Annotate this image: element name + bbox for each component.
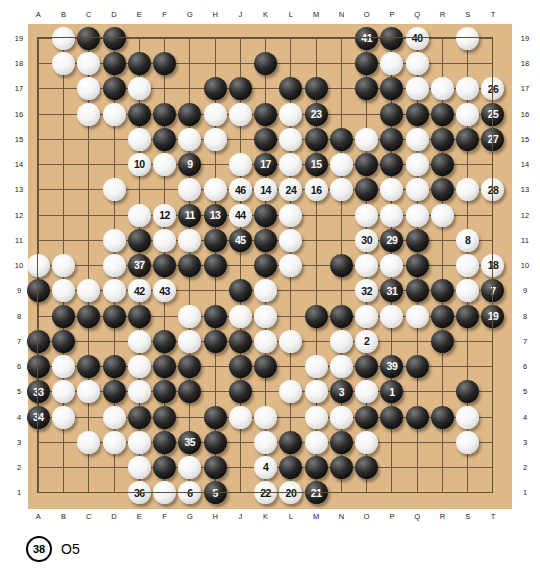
row-label-right-6: 6: [516, 362, 534, 371]
stone-black-T8: 19: [481, 305, 504, 328]
stone-white-M3: [305, 431, 328, 454]
stone-white-Q19: 40: [406, 27, 429, 50]
col-label-bottom-H: H: [206, 512, 224, 521]
move-number-39: 39: [387, 361, 398, 372]
col-label-bottom-A: A: [29, 512, 47, 521]
move-number-18: 18: [488, 260, 499, 271]
move-number-25: 25: [488, 109, 499, 120]
row-label-left-3: 3: [10, 438, 28, 447]
stone-white-O11: 30: [355, 229, 378, 252]
stone-white-D13: [103, 178, 126, 201]
stone-white-S4: [456, 406, 479, 429]
stone-black-Q6: [406, 355, 429, 378]
row-label-left-2: 2: [10, 463, 28, 472]
col-label-top-G: G: [181, 10, 199, 19]
row-label-right-18: 18: [516, 59, 534, 68]
stone-white-O7: 2: [355, 330, 378, 353]
stone-white-N14: [330, 153, 353, 176]
stone-black-J11: 45: [229, 229, 252, 252]
stone-white-E2: [128, 456, 151, 479]
stone-black-Q9: [406, 279, 429, 302]
stone-white-O3: [355, 431, 378, 454]
stone-white-O12: [355, 204, 378, 227]
move-number-28: 28: [488, 185, 499, 196]
stone-black-F4: [153, 406, 176, 429]
move-number-44: 44: [235, 210, 246, 221]
move-number-45: 45: [235, 235, 246, 246]
stone-white-E6: [128, 355, 151, 378]
stone-white-Q13: [406, 178, 429, 201]
col-label-top-A: A: [29, 10, 47, 19]
stone-black-H4: [204, 406, 227, 429]
row-label-right-15: 15: [516, 135, 534, 144]
row-label-left-15: 15: [10, 135, 28, 144]
col-label-bottom-N: N: [332, 512, 350, 521]
stone-white-L12: [279, 204, 302, 227]
stone-black-Q10: [406, 254, 429, 277]
stone-black-K16: [254, 103, 277, 126]
stone-black-E18: [128, 52, 151, 75]
stone-black-H3: [204, 431, 227, 454]
row-label-left-12: 12: [10, 211, 28, 220]
stone-white-E3: [128, 431, 151, 454]
row-label-left-6: 6: [10, 362, 28, 371]
stone-black-N3: [330, 431, 353, 454]
col-label-top-S: S: [459, 10, 477, 19]
stone-black-H10: [204, 254, 227, 277]
stone-white-O8: [355, 305, 378, 328]
move-number-27: 27: [488, 134, 499, 145]
stone-black-M15: [305, 128, 328, 151]
move-number-24: 24: [286, 185, 297, 196]
col-label-bottom-Q: Q: [408, 512, 426, 521]
stone-white-H13: [204, 178, 227, 201]
row-label-right-10: 10: [516, 261, 534, 270]
stone-black-F3: [153, 431, 176, 454]
stone-black-G16: [178, 103, 201, 126]
stone-black-E16: [128, 103, 151, 126]
row-label-right-5: 5: [516, 387, 534, 396]
stone-black-P4: [380, 406, 403, 429]
stone-black-A7: [27, 330, 50, 353]
move-number-36: 36: [134, 488, 145, 499]
move-number-6: 6: [187, 488, 192, 499]
row-label-left-4: 4: [10, 413, 28, 422]
stone-black-H2: [204, 456, 227, 479]
stone-black-A4: 34: [27, 406, 50, 429]
row-label-right-14: 14: [516, 160, 534, 169]
stone-black-J6: [229, 355, 252, 378]
stone-black-D18: [103, 52, 126, 75]
col-label-top-B: B: [55, 10, 73, 19]
col-label-bottom-G: G: [181, 512, 199, 521]
col-label-top-C: C: [80, 10, 98, 19]
move-number-22: 22: [260, 488, 271, 499]
stone-black-O4: [355, 406, 378, 429]
stone-white-D9: [103, 279, 126, 302]
row-label-left-17: 17: [10, 84, 28, 93]
stone-white-B18: [52, 52, 75, 75]
stone-black-E8: [128, 305, 151, 328]
stone-white-B19: [52, 27, 75, 50]
move-number-42: 42: [134, 286, 145, 297]
stone-white-D11: [103, 229, 126, 252]
move-number-35: 35: [185, 437, 196, 448]
stone-black-H11: [204, 229, 227, 252]
move-number-23: 23: [311, 109, 322, 120]
stone-black-D19: [103, 27, 126, 50]
stone-black-F16: [153, 103, 176, 126]
move-number-2: 2: [364, 336, 369, 347]
stone-white-C16: [77, 103, 100, 126]
stone-white-D16: [103, 103, 126, 126]
col-label-bottom-J: J: [231, 512, 249, 521]
move-number-31: 31: [387, 286, 398, 297]
move-number-40: 40: [412, 33, 423, 44]
move-number-4: 4: [263, 462, 268, 473]
col-label-bottom-E: E: [130, 512, 148, 521]
move-caption: 38 O5: [26, 535, 80, 563]
move-number-14: 14: [260, 185, 271, 196]
stone-black-R14: [431, 153, 454, 176]
stone-white-Q14: [406, 153, 429, 176]
stone-black-N2: [330, 456, 353, 479]
move-number-32: 32: [361, 286, 372, 297]
stone-black-J7: [229, 330, 252, 353]
stone-black-M1: 21: [305, 481, 328, 504]
move-number-13: 13: [210, 210, 221, 221]
row-label-right-19: 19: [516, 34, 534, 43]
col-label-bottom-F: F: [156, 512, 174, 521]
stone-white-M6: [305, 355, 328, 378]
stone-black-Q11: [406, 229, 429, 252]
col-label-bottom-L: L: [282, 512, 300, 521]
move-number-8: 8: [465, 235, 470, 246]
row-label-left-13: 13: [10, 185, 28, 194]
stone-black-D6: [103, 355, 126, 378]
col-label-bottom-P: P: [383, 512, 401, 521]
move-number-26: 26: [488, 84, 499, 95]
col-label-bottom-O: O: [358, 512, 376, 521]
col-label-top-N: N: [332, 10, 350, 19]
stone-black-E4: [128, 406, 151, 429]
stone-black-P16: [380, 103, 403, 126]
move-number-20: 20: [286, 488, 297, 499]
col-label-bottom-S: S: [459, 512, 477, 521]
stone-white-M4: [305, 406, 328, 429]
stone-white-F12: 12: [153, 204, 176, 227]
stone-black-S15: [456, 128, 479, 151]
col-label-top-P: P: [383, 10, 401, 19]
stone-white-K7: [254, 330, 277, 353]
stone-white-F11: [153, 229, 176, 252]
stone-black-M14: 15: [305, 153, 328, 176]
move-number-11: 11: [185, 210, 195, 221]
stone-white-N6: [330, 355, 353, 378]
col-label-top-D: D: [105, 10, 123, 19]
col-label-top-Q: Q: [408, 10, 426, 19]
move-number-43: 43: [159, 286, 170, 297]
stone-black-S8: [456, 305, 479, 328]
move-number-46: 46: [235, 185, 246, 196]
move-number-16: 16: [311, 185, 322, 196]
move-number-30: 30: [361, 235, 372, 246]
move-number-19: 19: [488, 311, 499, 322]
col-label-bottom-K: K: [257, 512, 275, 521]
caption-coordinate: O5: [61, 541, 80, 557]
stone-white-S16: [456, 103, 479, 126]
stone-white-Q17: [406, 77, 429, 100]
stone-black-R16: [431, 103, 454, 126]
stone-white-E15: [128, 128, 151, 151]
col-label-bottom-R: R: [433, 512, 451, 521]
stone-black-C8: [77, 305, 100, 328]
stone-white-Q12: [406, 204, 429, 227]
row-label-right-12: 12: [516, 211, 534, 220]
stone-white-H16: [204, 103, 227, 126]
move-number-1: 1: [389, 387, 394, 398]
row-label-left-9: 9: [10, 286, 28, 295]
col-label-bottom-B: B: [55, 512, 73, 521]
stone-black-M8: [305, 305, 328, 328]
stone-white-K4: [254, 406, 277, 429]
move-number-33: 33: [33, 387, 44, 398]
stone-black-H17: [204, 77, 227, 100]
stone-black-R15: [431, 128, 454, 151]
stone-black-G12: 11: [178, 204, 201, 227]
stone-black-R4: [431, 406, 454, 429]
stone-black-E10: 37: [128, 254, 151, 277]
stone-black-Q4: [406, 406, 429, 429]
stone-black-H8: [204, 305, 227, 328]
caption-stone-38: 38: [26, 536, 52, 562]
row-label-left-5: 5: [10, 387, 28, 396]
stone-black-M17: [305, 77, 328, 100]
stone-white-Q8: [406, 305, 429, 328]
stone-black-N15: [330, 128, 353, 151]
stone-white-J8: [229, 305, 252, 328]
stone-black-C19: [77, 27, 100, 50]
stone-black-Q16: [406, 103, 429, 126]
stone-white-Q15: [406, 128, 429, 151]
col-label-bottom-D: D: [105, 512, 123, 521]
row-label-left-18: 18: [10, 59, 28, 68]
stone-black-N10: [330, 254, 353, 277]
stone-white-J14: [229, 153, 252, 176]
stone-white-D4: [103, 406, 126, 429]
stone-black-A6: [27, 355, 50, 378]
col-label-bottom-C: C: [80, 512, 98, 521]
col-label-top-K: K: [257, 10, 275, 19]
row-label-left-11: 11: [10, 236, 28, 245]
move-number-12: 12: [159, 210, 170, 221]
stone-black-F18: [153, 52, 176, 75]
stone-white-J16: [229, 103, 252, 126]
stone-white-O15: [355, 128, 378, 151]
col-label-bottom-M: M: [307, 512, 325, 521]
stone-white-G8: [178, 305, 201, 328]
stone-black-R7: [431, 330, 454, 353]
stone-black-N8: [330, 305, 353, 328]
stone-white-J4: [229, 406, 252, 429]
row-label-left-8: 8: [10, 312, 28, 321]
row-label-left-14: 14: [10, 160, 28, 169]
row-label-left-7: 7: [10, 337, 28, 346]
stone-white-M13: 16: [305, 178, 328, 201]
stone-white-L16: [279, 103, 302, 126]
stone-white-R12: [431, 204, 454, 227]
stone-white-D10: [103, 254, 126, 277]
row-label-right-8: 8: [516, 312, 534, 321]
col-label-top-T: T: [484, 10, 502, 19]
move-number-9: 9: [187, 159, 192, 170]
row-label-right-13: 13: [516, 185, 534, 194]
stone-black-D5: [103, 380, 126, 403]
stone-white-Q18: [406, 52, 429, 75]
move-number-41: 41: [361, 33, 372, 44]
col-label-bottom-T: T: [484, 512, 502, 521]
move-number-15: 15: [311, 159, 322, 170]
col-label-top-J: J: [231, 10, 249, 19]
stone-black-K12: [254, 204, 277, 227]
col-label-top-H: H: [206, 10, 224, 19]
stone-black-F7: [153, 330, 176, 353]
kifu-diagram: 38 O5 AA1919BB1818CC1717DD1616EE1515FF14…: [0, 0, 540, 577]
stone-black-M2: [305, 456, 328, 479]
stone-white-A10: [27, 254, 50, 277]
row-label-right-3: 3: [516, 438, 534, 447]
col-label-top-R: R: [433, 10, 451, 19]
stone-black-D17: [103, 77, 126, 100]
row-label-left-16: 16: [10, 110, 28, 119]
stone-white-P12: [380, 204, 403, 227]
stone-white-E7: [128, 330, 151, 353]
move-number-10: 10: [134, 159, 145, 170]
move-number-7: 7: [490, 286, 495, 297]
move-number-37: 37: [134, 260, 145, 271]
stone-black-M16: 23: [305, 103, 328, 126]
stone-white-S19: [456, 27, 479, 50]
stone-white-E14: 10: [128, 153, 151, 176]
row-label-left-1: 1: [10, 488, 28, 497]
row-label-right-16: 16: [516, 110, 534, 119]
row-label-right-7: 7: [516, 337, 534, 346]
stone-black-R8: [431, 305, 454, 328]
move-number-29: 29: [387, 235, 398, 246]
stone-black-K15: [254, 128, 277, 151]
row-label-right-1: 1: [516, 488, 534, 497]
stone-white-N7: [330, 330, 353, 353]
stone-white-B4: [52, 406, 75, 429]
stone-white-P8: [380, 305, 403, 328]
stone-black-O19: 41: [355, 27, 378, 50]
stone-black-H12: 13: [204, 204, 227, 227]
stone-black-E11: [128, 229, 151, 252]
row-label-right-17: 17: [516, 84, 534, 93]
stone-white-J12: 44: [229, 204, 252, 227]
row-label-right-2: 2: [516, 463, 534, 472]
stone-black-D8: [103, 305, 126, 328]
row-label-left-19: 19: [10, 34, 28, 43]
stone-white-K8: [254, 305, 277, 328]
row-label-right-4: 4: [516, 413, 534, 422]
move-number-34: 34: [33, 412, 44, 423]
stone-white-E17: [128, 77, 151, 100]
stone-black-B7: [52, 330, 75, 353]
stone-black-F15: [153, 128, 176, 151]
stone-white-M5: [305, 380, 328, 403]
col-label-top-L: L: [282, 10, 300, 19]
stone-white-K3: [254, 431, 277, 454]
stone-black-H1: 5: [204, 481, 227, 504]
stone-black-B8: [52, 305, 75, 328]
move-number-21: 21: [311, 488, 322, 499]
col-label-top-E: E: [130, 10, 148, 19]
col-label-top-F: F: [156, 10, 174, 19]
stone-black-H7: [204, 330, 227, 353]
stone-black-T16: 25: [481, 103, 504, 126]
stone-white-E12: [128, 204, 151, 227]
stone-white-N4: [330, 406, 353, 429]
move-number-3: 3: [339, 387, 344, 398]
stone-white-S11: 8: [456, 229, 479, 252]
row-label-right-9: 9: [516, 286, 534, 295]
col-label-top-M: M: [307, 10, 325, 19]
col-label-top-O: O: [358, 10, 376, 19]
stone-black-K11: [254, 229, 277, 252]
move-number-5: 5: [212, 488, 217, 499]
row-label-left-10: 10: [10, 261, 28, 270]
move-number-17: 17: [260, 159, 271, 170]
stone-white-D3: [103, 431, 126, 454]
row-label-right-11: 11: [516, 236, 534, 245]
stone-white-H15: [204, 128, 227, 151]
